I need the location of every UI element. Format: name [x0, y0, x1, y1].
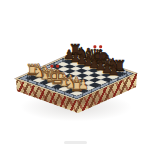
rook-glyph: ♜ — [67, 78, 87, 93]
watermark — [64, 141, 87, 144]
square-h1: ♜ — [71, 91, 83, 96]
pawn-glyph: ♟ — [103, 64, 123, 77]
product-photo-chess-set: ♜♞♝♛♚♝♞♜♟♟♟♟♟♟♟♟♟♟♟♟♟♟♟♟♜♞♝♛♚♝♞♜ — [0, 0, 150, 150]
